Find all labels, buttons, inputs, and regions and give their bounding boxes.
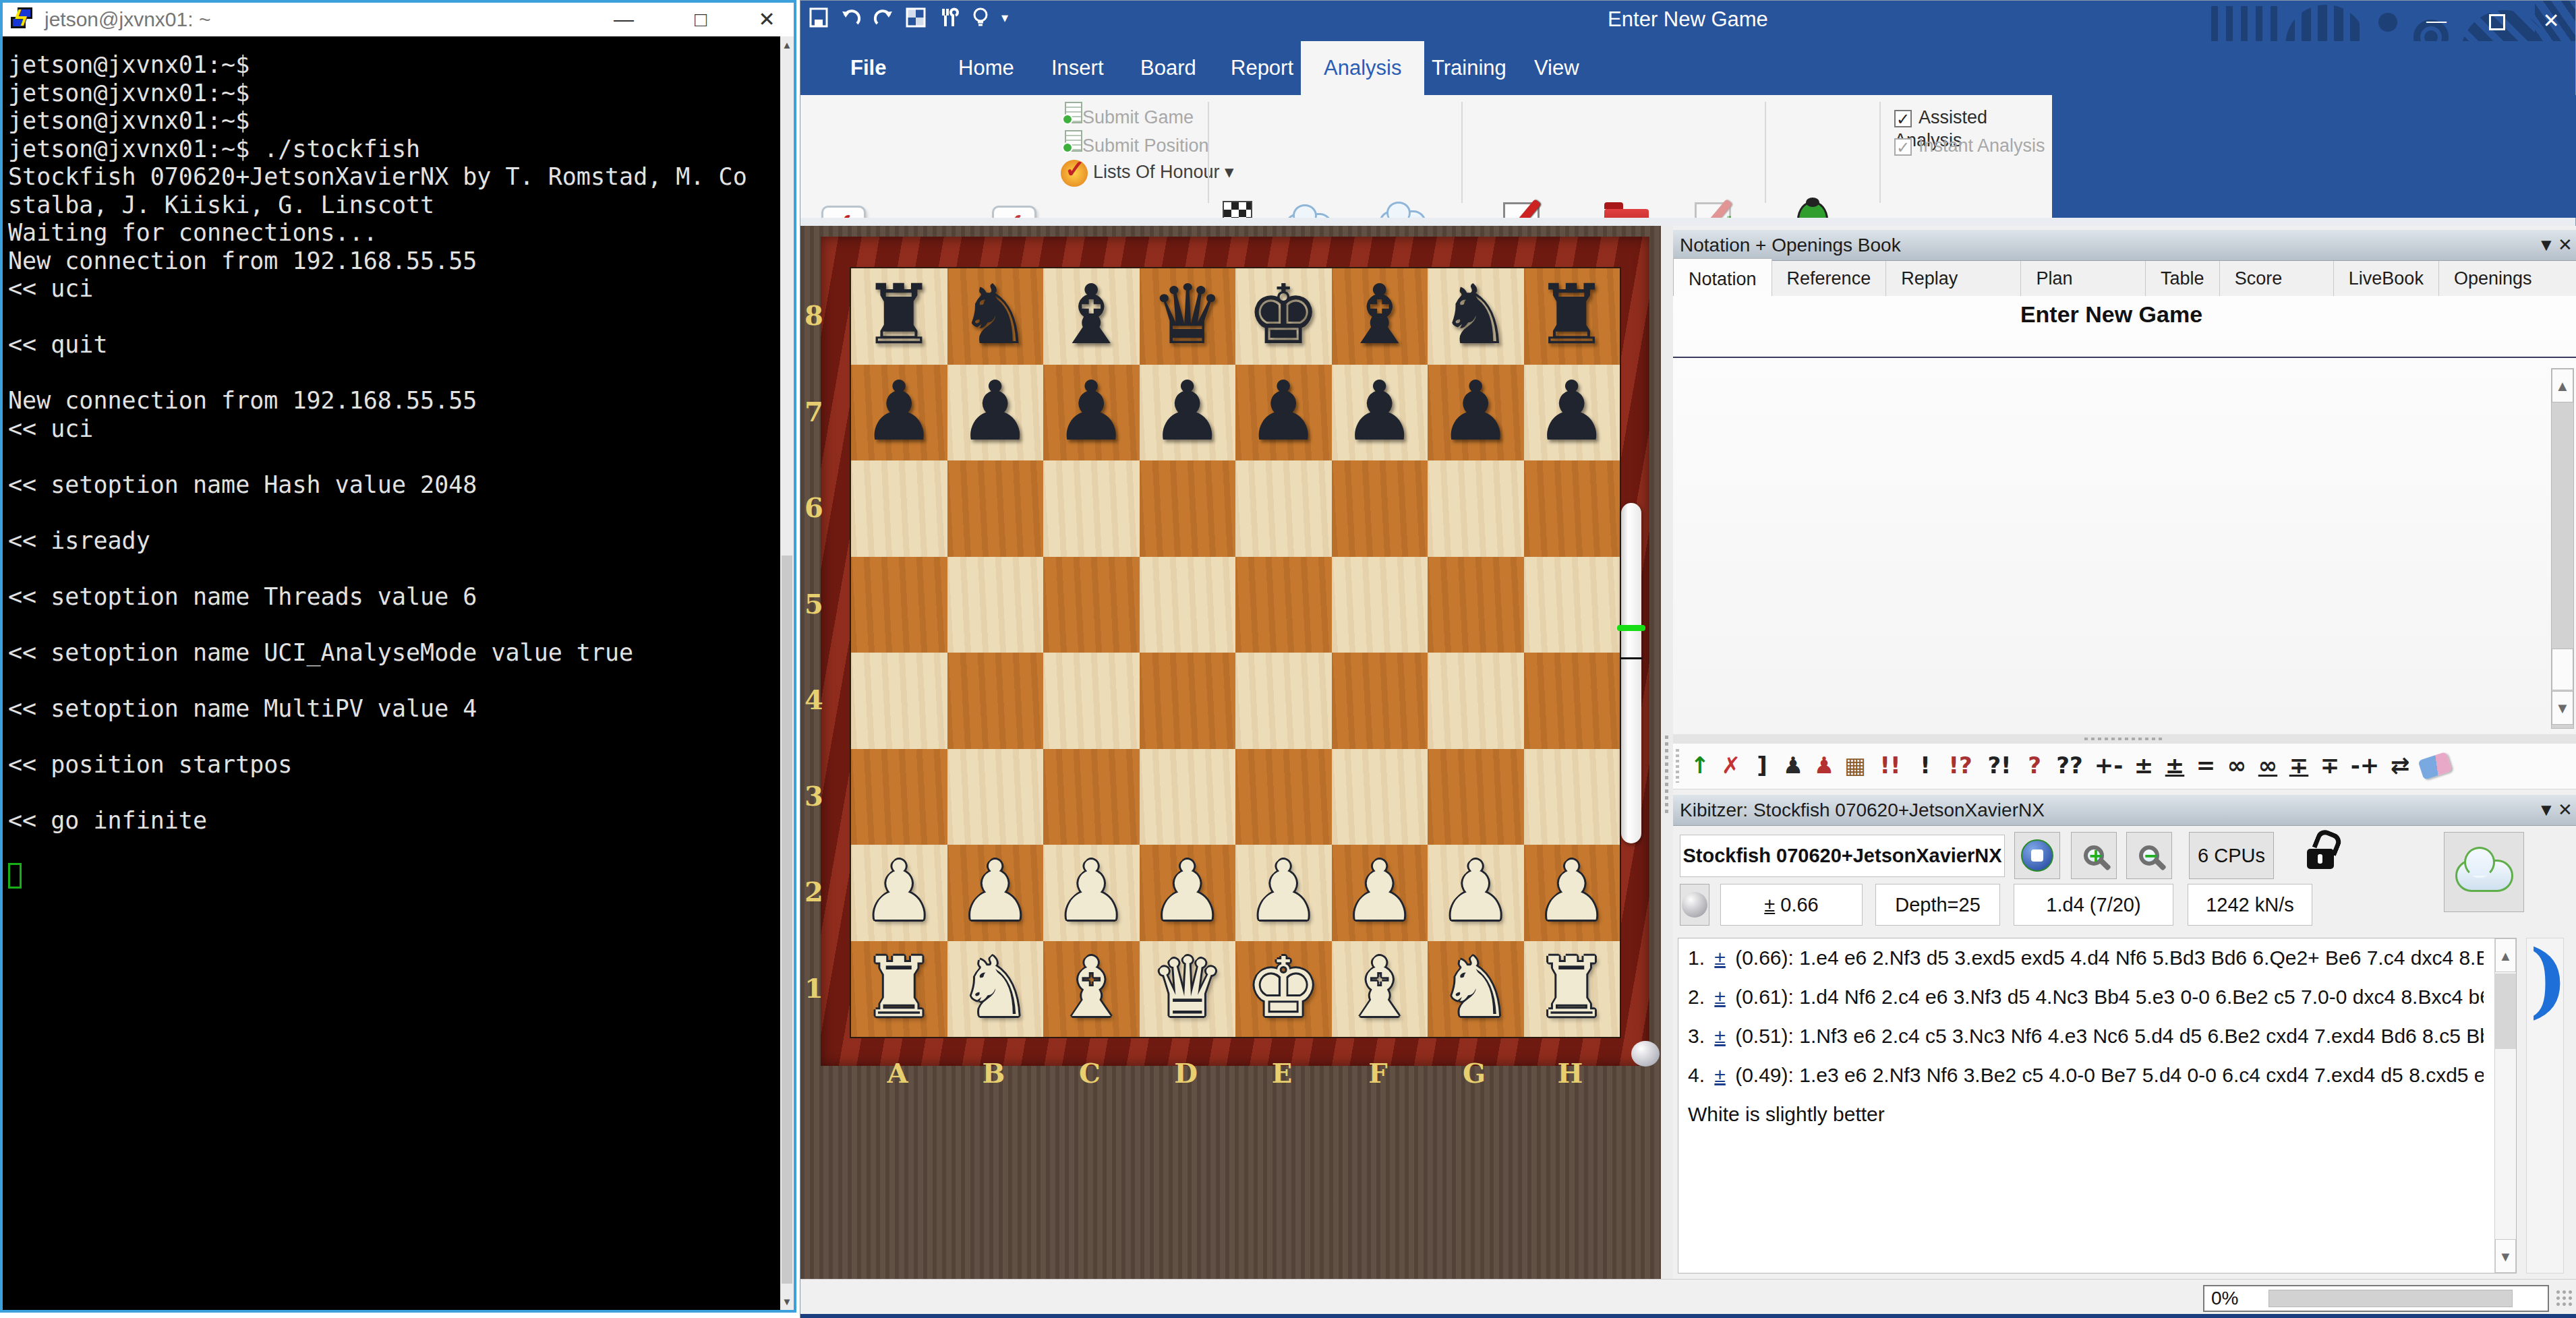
terminal-close-button[interactable]: ✕ xyxy=(743,5,790,34)
square-f7[interactable]: ♟ xyxy=(1332,365,1428,461)
engine-stop-button[interactable] xyxy=(2014,832,2060,879)
terminal-line: stalba, J. Kiiski, G. Linscott xyxy=(8,191,434,220)
notation-tabs: NotationReferenceReplay trainingPlan Exp… xyxy=(1673,261,2576,296)
square-c1[interactable]: ♝ xyxy=(1043,941,1140,1038)
white-slightly-better[interactable]: ± xyxy=(2160,744,2190,789)
square-c3[interactable] xyxy=(1043,749,1140,845)
lists-of-honour-icon: ✓ xyxy=(1061,160,1088,187)
ribbon-blue-area xyxy=(2052,95,2576,218)
black-king: ♚ xyxy=(1235,268,1332,365)
terminal-line: jetson@jxvnx01:~$ xyxy=(8,107,250,136)
notation-tab-openings-book[interactable]: Openings Book xyxy=(2439,261,2576,296)
notation-heading: Enter New Game xyxy=(1673,301,2550,328)
square-c6[interactable] xyxy=(1043,460,1140,557)
terminal-line xyxy=(8,555,22,583)
terminal-line: << uci xyxy=(8,415,93,444)
livebook-wedge-icon: ) xyxy=(2529,932,2568,1027)
square-e5[interactable] xyxy=(1235,557,1332,653)
very-good-move[interactable]: !! xyxy=(1871,744,1909,789)
window-title: Enter New Game xyxy=(800,7,2575,32)
terminal-line: jetson@jxvnx01:~$ ./stockfish xyxy=(8,136,420,164)
scroll-down-icon[interactable]: ▼ xyxy=(780,1296,794,1307)
chessbase-window: ▾ Enter New Game — ✕ FileHomeInsertBoard… xyxy=(800,0,2576,1318)
square-f1[interactable]: ♝ xyxy=(1332,941,1428,1038)
square-e8[interactable]: ♚ xyxy=(1235,268,1332,365)
black-pawn: ♟ xyxy=(1140,365,1236,461)
analysis-line-1: 1. ± (0.66): 1.e4 e6 2.Nf3 d5 3.exd5 exd… xyxy=(1688,947,2484,969)
rank-label-2: 2 xyxy=(800,876,827,907)
red-pawn-icon[interactable]: ♟ xyxy=(1809,744,1839,789)
notation-content[interactable]: Enter New Game ▲ ▼ xyxy=(1673,296,2576,734)
zoom-out-button[interactable]: − xyxy=(2126,832,2172,879)
vertical-splitter[interactable] xyxy=(1661,226,1673,1284)
ribbon: ✓ Let's Check ✂ Contribute Engine ✓ Let'… xyxy=(800,95,2052,218)
notation-pane-header[interactable]: Notation + Openings Book ▼ ✕ xyxy=(1673,230,2576,261)
square-g4[interactable] xyxy=(1428,653,1524,749)
square-f4[interactable] xyxy=(1332,653,1428,749)
square-h5[interactable] xyxy=(1524,557,1620,653)
zoom-in-button[interactable]: + xyxy=(2071,832,2117,879)
magnifier-minus-icon: − xyxy=(2139,845,2159,866)
annotation-toolbar: ↑✗]♟♟▦!!!!??!???+-±±=∞∞∓∓-+⇄ xyxy=(1673,744,2576,789)
terminal-line: << setoption name Threads value 6 xyxy=(8,583,477,611)
square-b6[interactable] xyxy=(947,460,1044,557)
terminal-line: jetson@jxvnx01:~$ xyxy=(8,80,250,108)
eval-box: ± 0.66 xyxy=(1720,884,1863,926)
terminal-titlebar[interactable]: ϟ jetson@jxvnx01: ~ — □ ✕ xyxy=(3,3,794,36)
instant-analysis-checkbox[interactable]: ✓Instant Analysis xyxy=(1894,134,2045,157)
tab-view[interactable]: View xyxy=(1511,41,1602,95)
square-e7[interactable]: ♟ xyxy=(1235,365,1332,461)
right-column: Notation + Openings Book ▼ ✕ NotationRef… xyxy=(1673,226,2576,1318)
bracket-icon[interactable]: ] xyxy=(1747,744,1777,789)
square-c4[interactable] xyxy=(1043,653,1140,749)
square-h2[interactable]: ♟ xyxy=(1524,845,1620,941)
board-panel: ♜♞♝♛♚♝♞♜♟♟♟♟♟♟♟♟♟♟♟♟♟♟♟♟♜♞♝♛♚♝♞♜ 8765432… xyxy=(800,226,1661,1284)
eval-symbol: ± xyxy=(1710,986,1729,1008)
white-pawn: ♟ xyxy=(1235,845,1332,941)
terminal-line xyxy=(8,723,22,751)
ribbon-tab-bar: FileHomeInsertBoardReportAnalysisTrainin… xyxy=(800,41,2575,95)
square-a8[interactable]: ♜ xyxy=(851,268,947,365)
square-e3[interactable] xyxy=(1235,749,1332,845)
cloud-engine-button[interactable] xyxy=(2444,832,2524,912)
board-colors-icon[interactable]: ▦ xyxy=(1840,744,1870,789)
square-g5[interactable] xyxy=(1428,557,1524,653)
pane-close-icon[interactable]: ✕ xyxy=(2558,235,2573,256)
square-b1[interactable]: ♞ xyxy=(947,941,1044,1038)
square-d8[interactable]: ♛ xyxy=(1140,268,1236,365)
submit-game-icon xyxy=(1065,102,1082,123)
square-a5[interactable] xyxy=(851,557,947,653)
white-bishop: ♝ xyxy=(1332,941,1428,1038)
line-moves: (0.51): 1.Nf3 e6 2.c4 c5 3.Nc3 Nf6 4.e3 … xyxy=(1730,1025,2484,1047)
white-pawn: ♟ xyxy=(1332,845,1428,941)
file-label-d: D xyxy=(1138,1057,1234,1089)
square-d3[interactable] xyxy=(1140,749,1236,845)
black-rook: ♜ xyxy=(1524,268,1620,365)
notation-tab-replay-training[interactable]: Replay training xyxy=(1886,261,2021,296)
rank-label-3: 3 xyxy=(800,780,827,812)
black-pawn: ♟ xyxy=(1428,365,1524,461)
terminal-line xyxy=(8,499,22,527)
terminal-maximize-button[interactable]: □ xyxy=(677,5,724,34)
rank-label-8: 8 xyxy=(800,299,827,331)
terminal-line: << setoption name MultiPV value 4 xyxy=(8,695,477,723)
stop-icon xyxy=(2021,839,2053,872)
square-h1[interactable]: ♜ xyxy=(1524,941,1620,1038)
notation-pane-title: Notation + Openings Book xyxy=(1680,235,1901,256)
terminal-line: << quit xyxy=(8,331,108,359)
current-move-box: 1.d4 (7/20) xyxy=(2014,884,2173,926)
square-a4[interactable] xyxy=(851,653,947,749)
kibitzer-body: Stockfish 070620+JetsonXavierNX + − 6 CP… xyxy=(1673,826,2576,1274)
terminal-line: New connection from 192.168.55.55 xyxy=(8,387,477,415)
square-d6[interactable] xyxy=(1140,460,1236,557)
analysis-scrollbar[interactable]: ▲ ▼ xyxy=(2494,938,2516,1273)
notation-tab-plan-explorer[interactable]: Plan Explorer xyxy=(2021,261,2146,296)
terminal-line xyxy=(8,667,22,695)
unclear[interactable]: ∞ xyxy=(2222,744,2252,789)
eraser-icon[interactable] xyxy=(2418,752,2452,780)
scroll-up-icon[interactable]: ▲ xyxy=(780,39,794,51)
terminal-line xyxy=(8,779,22,807)
checkbox-checked-icon: ✓ xyxy=(1894,138,1912,156)
kibitzer-pane-header[interactable]: Kibitzer: Stockfish 070620+JetsonXavierN… xyxy=(1673,795,2576,826)
file-label-e: E xyxy=(1234,1057,1330,1089)
terminal-line: << isready xyxy=(8,527,150,556)
delete-variation-icon[interactable]: ✗ xyxy=(1716,744,1746,789)
tab-report[interactable]: Report xyxy=(1208,41,1316,95)
maximize-icon xyxy=(2489,14,2505,30)
file-label-b: B xyxy=(946,1057,1042,1089)
black-better[interactable]: ∓ xyxy=(2315,744,2345,789)
black-knight: ♞ xyxy=(1428,268,1524,365)
black-winning[interactable]: -+ xyxy=(2346,744,2384,789)
file-label-f: F xyxy=(1330,1057,1426,1089)
putty-icon: ϟ xyxy=(9,6,38,33)
equal[interactable]: = xyxy=(2191,744,2221,789)
notation-scrollbar[interactable]: ▲ ▼ xyxy=(2551,368,2574,729)
scroll-down-icon[interactable]: ▼ xyxy=(2552,691,2573,725)
black-bishop: ♝ xyxy=(1043,268,1140,365)
scroll-up-icon[interactable]: ▲ xyxy=(2495,938,2516,972)
terminal-line: Waiting for connections... xyxy=(8,219,378,247)
white-knight: ♞ xyxy=(1428,941,1524,1038)
line-moves: (0.66): 1.e4 e6 2.Nf3 d5 3.exd5 exd5 4.d… xyxy=(1730,947,2484,969)
square-c8[interactable]: ♝ xyxy=(1043,268,1140,365)
blunder[interactable]: ?? xyxy=(2051,744,2088,789)
file-label-c: C xyxy=(1042,1057,1138,1089)
square-h3[interactable] xyxy=(1524,749,1620,845)
white-queen: ♛ xyxy=(1140,941,1236,1038)
evaluation-slider[interactable] xyxy=(1621,503,1641,843)
eval-symbol: ± xyxy=(1710,1025,1729,1047)
square-b7[interactable]: ♟ xyxy=(947,365,1044,461)
notation-tab-reference[interactable]: Reference xyxy=(1772,261,1887,296)
square-b4[interactable] xyxy=(947,653,1044,749)
black-pawn-icon[interactable]: ♟ xyxy=(1778,744,1808,789)
analysis-line-3: 3. ± (0.51): 1.Nf3 e6 2.c4 c5 3.Nc3 Nf6 … xyxy=(1688,1025,2484,1048)
white-pawn: ♟ xyxy=(1428,845,1524,941)
square-e2[interactable]: ♟ xyxy=(1235,845,1332,941)
analysis-scrollbar-thumb[interactable] xyxy=(2495,973,2516,1049)
analysis-lines[interactable]: ▲ ▼ 1. ± (0.66): 1.e4 e6 2.Nf3 d5 3.exd5… xyxy=(1678,938,2517,1274)
eval-symbol: ± xyxy=(1710,947,1729,969)
square-a2[interactable]: ♟ xyxy=(851,845,947,941)
progress-label: 0% xyxy=(2211,1288,2238,1309)
interesting-move[interactable]: !? xyxy=(1941,744,1979,789)
square-d2[interactable]: ♟ xyxy=(1140,845,1236,941)
promote-variation-icon[interactable]: ↑ xyxy=(1685,744,1715,789)
scroll-down-icon[interactable]: ▼ xyxy=(2495,1239,2516,1273)
line-number: 2. xyxy=(1688,986,1710,1008)
square-c5[interactable] xyxy=(1043,557,1140,653)
magnifier-plus-icon: + xyxy=(2084,845,2104,866)
notation-tab-notation[interactable]: Notation xyxy=(1673,258,1772,296)
counterplay[interactable]: ⇄ xyxy=(2385,744,2415,789)
line-moves: (0.61): 1.d4 Nf6 2.c4 e6 3.Nf3 d5 4.Nc3 … xyxy=(1730,986,2484,1008)
tab-home[interactable]: Home xyxy=(935,41,1037,95)
square-f8[interactable]: ♝ xyxy=(1332,268,1428,365)
square-h4[interactable] xyxy=(1524,653,1620,749)
resize-grip[interactable] xyxy=(2555,1289,2573,1307)
terminal-cursor xyxy=(8,863,22,889)
terminal-line: << go infinite xyxy=(8,807,207,835)
eval-ball-button[interactable] xyxy=(1680,884,1709,926)
black-queen: ♛ xyxy=(1140,268,1236,365)
black-pawn: ♟ xyxy=(851,365,947,461)
depth-box: Depth=25 xyxy=(1875,884,2000,926)
notation-tab-score-sheet[interactable]: Score sheet xyxy=(2220,261,2334,296)
file-label-g: G xyxy=(1426,1057,1522,1089)
analysis-summary: White is slightly better xyxy=(1688,1103,2484,1126)
white-pawn: ♟ xyxy=(1043,845,1140,941)
square-a7[interactable]: ♟ xyxy=(851,365,947,461)
notation-tab-livebook[interactable]: LiveBook xyxy=(2334,261,2439,296)
black-pawn: ♟ xyxy=(1524,365,1620,461)
pane-collapse-icon[interactable]: ▼ xyxy=(2538,235,2555,256)
square-h7[interactable]: ♟ xyxy=(1524,365,1620,461)
square-b2[interactable]: ♟ xyxy=(947,845,1044,941)
dubious-move[interactable]: ?! xyxy=(1981,744,2018,789)
minimize-button[interactable]: — xyxy=(2416,6,2457,36)
status-bar: 0% xyxy=(800,1279,2576,1314)
white-bishop: ♝ xyxy=(1043,941,1140,1038)
square-c7[interactable]: ♟ xyxy=(1043,365,1140,461)
line-moves: (0.49): 1.e3 e6 2.Nf3 Nf6 3.Be2 c5 4.0-0… xyxy=(1730,1064,2484,1086)
rank-label-5: 5 xyxy=(800,588,827,620)
square-c2[interactable]: ♟ xyxy=(1043,845,1140,941)
terminal-line: jetson@jxvnx01:~$ xyxy=(8,51,250,80)
white-winning[interactable]: +- xyxy=(2090,744,2128,789)
terminal-output[interactable]: jetson@jxvnx01:~$jetson@jxvnx01:~$jetson… xyxy=(3,36,780,1310)
white-pawn: ♟ xyxy=(1524,845,1620,941)
close-button[interactable]: ✕ xyxy=(2531,6,2571,36)
white-rook: ♜ xyxy=(1524,941,1620,1038)
maximize-button[interactable] xyxy=(2477,6,2517,36)
compensation[interactable]: ∞ xyxy=(2253,744,2283,789)
white-pawn: ♟ xyxy=(1140,845,1236,941)
submit-position-button[interactable]: Submit Position xyxy=(1065,130,1209,157)
square-f5[interactable] xyxy=(1332,557,1428,653)
submit-game-button[interactable]: Submit Game xyxy=(1065,102,1194,129)
lock-icon[interactable] xyxy=(2307,849,2334,869)
board-frame: ♜♞♝♛♚♝♞♜♟♟♟♟♟♟♟♟♟♟♟♟♟♟♟♟♜♞♝♛♚♝♞♜ 8765432… xyxy=(821,237,1649,1066)
line-number: 1. xyxy=(1688,947,1710,969)
horizontal-splitter[interactable] xyxy=(1673,734,2576,744)
black-pawn: ♟ xyxy=(1043,365,1140,461)
rank-label-1: 1 xyxy=(800,972,827,1004)
square-b8[interactable]: ♞ xyxy=(947,268,1044,365)
square-g1[interactable]: ♞ xyxy=(1428,941,1524,1038)
terminal-line xyxy=(8,443,22,471)
rank-label-4: 4 xyxy=(800,684,827,715)
terminal-line xyxy=(8,611,22,639)
progress-bar xyxy=(2268,1290,2513,1307)
cloud-icon xyxy=(2455,860,2513,892)
square-d7[interactable]: ♟ xyxy=(1140,365,1236,461)
terminal-scrollbar[interactable]: ▲ ▼ xyxy=(780,36,794,1310)
square-a6[interactable] xyxy=(851,460,947,557)
livebook-toggle-panel[interactable]: ) xyxy=(2526,938,2564,1274)
square-b5[interactable] xyxy=(947,557,1044,653)
cpus-button[interactable]: 6 CPUs xyxy=(2189,832,2274,879)
submit-position-icon xyxy=(1065,130,1082,152)
terminal-window: ϟ jetson@jxvnx01: ~ — □ ✕ jetson@jxvnx01… xyxy=(0,0,796,1313)
black-slightly-better[interactable]: ∓ xyxy=(2284,744,2314,789)
white-pawn: ♟ xyxy=(947,845,1044,941)
eval-marker-green xyxy=(1617,625,1645,631)
terminal-line xyxy=(8,835,22,863)
black-bishop: ♝ xyxy=(1332,268,1428,365)
terminal-scrollbar-thumb[interactable] xyxy=(782,556,792,1284)
black-knight: ♞ xyxy=(947,268,1044,365)
square-h8[interactable]: ♜ xyxy=(1524,268,1620,365)
kibitzer-pane-title: Kibitzer: Stockfish 070620+JetsonXavierN… xyxy=(1680,800,2045,821)
eval-ball-icon xyxy=(1682,892,1707,918)
scroll-up-icon[interactable]: ▲ xyxy=(2552,369,2573,402)
side-to-move-indicator[interactable] xyxy=(1631,1041,1660,1067)
screen: ϟ jetson@jxvnx01: ~ — □ ✕ jetson@jxvnx01… xyxy=(0,0,2576,1318)
square-g7[interactable]: ♟ xyxy=(1428,365,1524,461)
terminal-title: jetson@jxvnx01: ~ xyxy=(45,8,210,31)
good-move[interactable]: ! xyxy=(1910,744,1940,789)
square-h6[interactable] xyxy=(1524,460,1620,557)
eval-marker-black xyxy=(1620,657,1643,659)
square-b3[interactable] xyxy=(947,749,1044,845)
terminal-line: Stockfish 070620+JetsonXavierNX by T. Ro… xyxy=(8,163,747,191)
progress-widget: 0% xyxy=(2203,1285,2549,1312)
terminal-line xyxy=(8,359,22,388)
terminal-line xyxy=(8,303,22,332)
line-number: 4. xyxy=(1688,1064,1710,1086)
square-g2[interactable]: ♟ xyxy=(1428,845,1524,941)
square-e1[interactable]: ♚ xyxy=(1235,941,1332,1038)
checkbox-checked-icon: ✓ xyxy=(1894,110,1912,127)
black-rook: ♜ xyxy=(851,268,947,365)
tab-file[interactable]: File xyxy=(827,41,909,95)
speed-box: 1242 kN/s xyxy=(2188,884,2312,926)
tab-insert[interactable]: Insert xyxy=(1028,41,1127,95)
black-pawn: ♟ xyxy=(947,365,1044,461)
square-a1[interactable]: ♜ xyxy=(851,941,947,1038)
terminal-line: New connection from 192.168.55.55 xyxy=(8,247,477,276)
square-f2[interactable]: ♟ xyxy=(1332,845,1428,941)
black-pawn: ♟ xyxy=(1235,365,1332,461)
square-f6[interactable] xyxy=(1332,460,1428,557)
white-knight: ♞ xyxy=(947,941,1044,1038)
terminal-line: << position startpos xyxy=(8,751,292,779)
terminal-line: << setoption name UCI_AnalyseMode value … xyxy=(8,639,633,667)
square-d5[interactable] xyxy=(1140,557,1236,653)
square-d1[interactable]: ♛ xyxy=(1140,941,1236,1038)
notation-tab-table[interactable]: Table xyxy=(2146,261,2220,296)
chessbase-titlebar[interactable]: ▾ Enter New Game — ✕ xyxy=(800,1,2575,41)
square-g8[interactable]: ♞ xyxy=(1428,268,1524,365)
mistake[interactable]: ? xyxy=(2020,744,2049,789)
square-a3[interactable] xyxy=(851,749,947,845)
eval-symbol: ± xyxy=(1710,1064,1729,1086)
pane-close-icon[interactable]: ✕ xyxy=(2558,800,2573,820)
white-rook: ♜ xyxy=(851,941,947,1038)
white-king: ♚ xyxy=(1235,941,1332,1038)
dropdown-icon: ▾ xyxy=(1225,162,1234,182)
square-e4[interactable] xyxy=(1235,653,1332,749)
white-pawn: ♟ xyxy=(851,845,947,941)
chess-board: ♜♞♝♛♚♝♞♜♟♟♟♟♟♟♟♟♟♟♟♟♟♟♟♟♜♞♝♛♚♝♞♜ xyxy=(850,267,1621,1038)
square-g6[interactable] xyxy=(1428,460,1524,557)
tab-board[interactable]: Board xyxy=(1117,41,1219,95)
square-d4[interactable] xyxy=(1140,653,1236,749)
rank-label-7: 7 xyxy=(800,396,827,427)
square-g3[interactable] xyxy=(1428,749,1524,845)
tab-analysis[interactable]: Analysis xyxy=(1301,41,1424,95)
file-label-h: H xyxy=(1523,1057,1618,1089)
square-f3[interactable] xyxy=(1332,749,1428,845)
rank-label-6: 6 xyxy=(800,491,827,523)
notation-scrollbar-thumb[interactable] xyxy=(2552,649,2573,690)
terminal-line: << setoption name Hash value 2048 xyxy=(8,471,477,500)
terminal-minimize-button[interactable]: — xyxy=(600,5,647,34)
pane-collapse-icon[interactable]: ▼ xyxy=(2538,800,2555,820)
analysis-line-4: 4. ± (0.49): 1.e3 e6 2.Nf3 Nf6 3.Be2 c5 … xyxy=(1688,1064,2484,1087)
eval-symbol: ± xyxy=(1764,894,1775,916)
terminal-line: << uci xyxy=(8,275,93,303)
black-pawn: ♟ xyxy=(1332,365,1428,461)
white-better[interactable]: ± xyxy=(2129,744,2159,789)
square-e6[interactable] xyxy=(1235,460,1332,557)
analysis-line-2: 2. ± (0.61): 1.d4 Nf6 2.c4 e6 3.Nf3 d5 4… xyxy=(1688,986,2484,1009)
file-label-a: A xyxy=(850,1057,945,1089)
engine-name-box[interactable]: Stockfish 070620+JetsonXavierNX xyxy=(1680,835,2005,877)
line-number: 3. xyxy=(1688,1025,1710,1047)
